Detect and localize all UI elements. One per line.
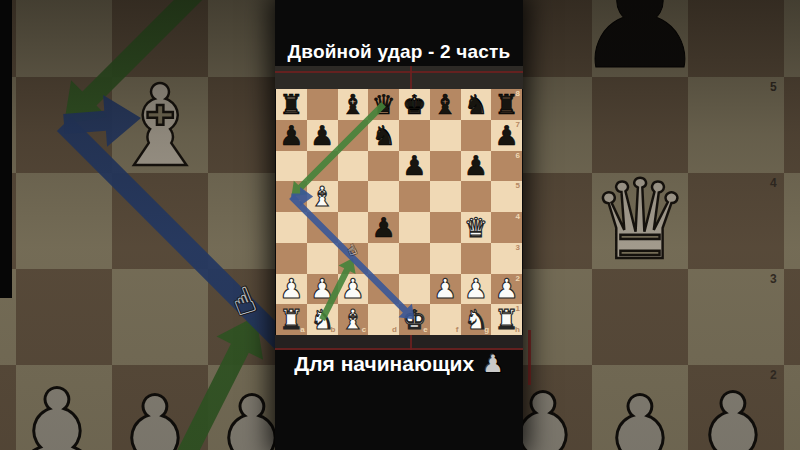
square-c7[interactable] — [338, 120, 369, 151]
square-a1[interactable]: a♜ — [276, 304, 307, 335]
square-b8[interactable] — [307, 89, 338, 120]
square-e5[interactable] — [399, 181, 430, 212]
rank-label: 4 — [516, 213, 520, 221]
square-f2[interactable]: ♟ — [430, 274, 461, 305]
square-c4[interactable] — [338, 212, 369, 243]
square-d1[interactable]: d — [368, 304, 399, 335]
square-g7[interactable] — [461, 120, 492, 151]
piece-white-pawn[interactable]: ♟ — [430, 274, 461, 305]
piece-black-rook[interactable]: ♜ — [491, 89, 522, 120]
square-a8[interactable]: ♜ — [276, 89, 307, 120]
band-above-board — [275, 66, 523, 89]
square-c5[interactable] — [338, 181, 369, 212]
piece-white-bishop[interactable]: ♝ — [307, 181, 338, 212]
piece-white-pawn[interactable]: ♟ — [307, 274, 338, 305]
piece-white-knight[interactable]: ♞ — [461, 304, 492, 335]
chess-board[interactable]: ♜♝♛♚♝♞8♜♟♟♞7♟♟♟6♝5♟♛43♟♟♟♟♟2♟a♜b♞c♝de♚fg… — [276, 89, 522, 335]
piece-black-pawn[interactable]: ♟ — [307, 120, 338, 151]
piece-black-bishop[interactable]: ♝ — [430, 89, 461, 120]
square-b7[interactable]: ♟ — [307, 120, 338, 151]
square-g5[interactable] — [461, 181, 492, 212]
square-e4[interactable] — [399, 212, 430, 243]
square-d5[interactable] — [368, 181, 399, 212]
video-title: Двойной удар - 2 часть — [275, 41, 523, 63]
rank-label: 5 — [516, 182, 520, 190]
left-edge-strip — [0, 0, 12, 298]
video-subtitle: Для начинающих ♟ — [275, 352, 523, 376]
piece-black-pawn[interactable]: ♟ — [461, 151, 492, 182]
red-guide-line-top — [275, 71, 523, 73]
square-a6[interactable] — [276, 151, 307, 182]
square-e7[interactable] — [399, 120, 430, 151]
square-h3[interactable]: 3 — [491, 243, 522, 274]
square-c6[interactable] — [338, 151, 369, 182]
square-d2[interactable] — [368, 274, 399, 305]
piece-white-queen[interactable]: ♛ — [461, 212, 492, 243]
square-a4[interactable] — [276, 212, 307, 243]
piece-black-pawn[interactable]: ♟ — [491, 120, 522, 151]
square-e1[interactable]: e♚ — [399, 304, 430, 335]
square-b3[interactable] — [307, 243, 338, 274]
square-g3[interactable] — [461, 243, 492, 274]
piece-white-pawn[interactable]: ♟ — [338, 274, 369, 305]
red-guide-line-top-vertical — [410, 66, 412, 89]
square-b2[interactable]: ♟ — [307, 274, 338, 305]
square-b5[interactable]: ♝ — [307, 181, 338, 212]
piece-white-pawn[interactable]: ♟ — [491, 274, 522, 305]
square-a3[interactable] — [276, 243, 307, 274]
red-guide-line-right — [528, 330, 531, 385]
piece-black-rook[interactable]: ♜ — [276, 89, 307, 120]
square-e6[interactable]: ♟ — [399, 151, 430, 182]
piece-white-pawn[interactable]: ♟ — [461, 274, 492, 305]
piece-black-knight[interactable]: ♞ — [368, 120, 399, 151]
thumbnail-panel: Двойной удар - 2 часть ♜♝♛♚♝♞8♜♟♟♞7♟♟♟6♝… — [275, 0, 523, 450]
square-b4[interactable] — [307, 212, 338, 243]
subtitle-text: Для начинающих — [294, 352, 474, 376]
square-a5[interactable] — [276, 181, 307, 212]
square-d3[interactable] — [368, 243, 399, 274]
piece-white-king[interactable]: ♚ — [399, 304, 430, 335]
red-guide-line-bottom-vertical — [410, 335, 412, 350]
square-d4[interactable]: ♟ — [368, 212, 399, 243]
square-f5[interactable] — [430, 181, 461, 212]
piece-white-knight[interactable]: ♞ — [307, 304, 338, 335]
square-h8[interactable]: 8♜ — [491, 89, 522, 120]
square-e3[interactable] — [399, 243, 430, 274]
square-f8[interactable]: ♝ — [430, 89, 461, 120]
piece-white-bishop[interactable]: ♝ — [338, 304, 369, 335]
square-h5[interactable]: 5 — [491, 181, 522, 212]
square-g4[interactable]: ♛ — [461, 212, 492, 243]
piece-black-knight[interactable]: ♞ — [461, 89, 492, 120]
square-f6[interactable] — [430, 151, 461, 182]
square-b1[interactable]: b♞ — [307, 304, 338, 335]
square-g2[interactable]: ♟ — [461, 274, 492, 305]
piece-white-rook[interactable]: ♜ — [276, 304, 307, 335]
square-h2[interactable]: 2♟ — [491, 274, 522, 305]
file-label: d — [392, 326, 397, 334]
square-h1[interactable]: 1h♜ — [491, 304, 522, 335]
file-label: f — [456, 326, 459, 334]
piece-black-queen[interactable]: ♛ — [368, 89, 399, 120]
piece-black-pawn[interactable]: ♟ — [399, 151, 430, 182]
square-f1[interactable]: f — [430, 304, 461, 335]
square-g6[interactable]: ♟ — [461, 151, 492, 182]
rank-label: 3 — [516, 244, 520, 252]
square-f3[interactable] — [430, 243, 461, 274]
square-c1[interactable]: c♝ — [338, 304, 369, 335]
square-a7[interactable]: ♟ — [276, 120, 307, 151]
square-h7[interactable]: 7♟ — [491, 120, 522, 151]
video-frame: 5432 ♝♟♛♟♟♟♟♟♟ ☝ Двойной удар - 2 часть … — [0, 0, 800, 450]
square-d8[interactable]: ♛ — [368, 89, 399, 120]
square-e8[interactable]: ♚ — [399, 89, 430, 120]
square-d6[interactable] — [368, 151, 399, 182]
pawn-emoji-icon: ♟ — [482, 352, 504, 376]
square-f4[interactable] — [430, 212, 461, 243]
square-f7[interactable] — [430, 120, 461, 151]
square-g8[interactable]: ♞ — [461, 89, 492, 120]
square-c2[interactable]: ♟ — [338, 274, 369, 305]
piece-black-bishop[interactable]: ♝ — [338, 89, 369, 120]
rank-label: 6 — [516, 152, 520, 160]
square-h6[interactable]: 6 — [491, 151, 522, 182]
piece-white-rook[interactable]: ♜ — [491, 304, 522, 335]
square-h4[interactable]: 4 — [491, 212, 522, 243]
square-b6[interactable] — [307, 151, 338, 182]
square-d7[interactable]: ♞ — [368, 120, 399, 151]
square-e2[interactable] — [399, 274, 430, 305]
piece-black-king[interactable]: ♚ — [399, 89, 430, 120]
square-c8[interactable]: ♝ — [338, 89, 369, 120]
square-a2[interactable]: ♟ — [276, 274, 307, 305]
piece-black-pawn[interactable]: ♟ — [276, 120, 307, 151]
square-g1[interactable]: g♞ — [461, 304, 492, 335]
piece-white-pawn[interactable]: ♟ — [276, 274, 307, 305]
piece-black-pawn[interactable]: ♟ — [368, 212, 399, 243]
